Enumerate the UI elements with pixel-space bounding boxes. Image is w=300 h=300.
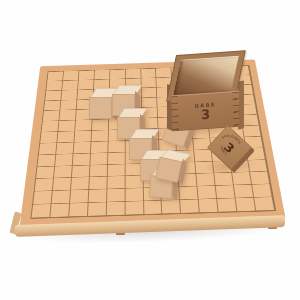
grid-cell — [110, 69, 126, 79]
grid-cell — [39, 143, 57, 155]
grid-cell — [46, 81, 63, 91]
box-interior — [173, 56, 238, 96]
grid-cell — [73, 153, 91, 165]
grid-cell — [37, 154, 56, 166]
lid-top-face: SPIELGABEN GABE 3 3 — [207, 125, 252, 170]
grid-cell — [33, 191, 53, 205]
grid-cell — [89, 177, 107, 190]
lid-stamp: SPIELGABEN GABE 3 3 — [207, 125, 252, 170]
grid-cell — [50, 204, 70, 218]
grid-cell — [91, 130, 108, 142]
grid-cell — [36, 166, 55, 179]
grid-cell — [198, 186, 218, 200]
grid-cell — [107, 189, 125, 203]
grid-cell — [54, 166, 73, 179]
grid-cell — [62, 80, 79, 90]
grid-cell — [72, 165, 90, 178]
grid-cell — [63, 71, 79, 81]
grid-cell — [180, 200, 200, 214]
box-lid[interactable]: SPIELGABEN GABE 3 3 — [203, 125, 257, 177]
grid-cell — [141, 68, 157, 78]
grid-cell — [94, 70, 110, 80]
grid-cell — [252, 184, 272, 197]
grid-cell — [88, 189, 107, 203]
grid-cell — [90, 165, 108, 178]
grid-cell — [162, 200, 181, 214]
grid-cell — [45, 90, 62, 100]
grid-cell — [180, 187, 199, 201]
grid-cell — [69, 203, 88, 217]
grid-cell — [141, 78, 157, 88]
grid-cell — [74, 131, 92, 143]
grid-cell — [59, 110, 76, 121]
grid-cell — [55, 154, 73, 166]
grid-cell — [90, 153, 108, 165]
grid-cell — [56, 142, 74, 154]
grid-cell — [254, 197, 275, 211]
grid-cell — [41, 121, 59, 132]
grid-cell — [144, 201, 163, 215]
grid-cell — [71, 177, 90, 190]
grid-cell — [107, 164, 125, 177]
grid-cell — [31, 204, 51, 218]
grid-cell — [88, 202, 107, 216]
grid-cell — [108, 152, 126, 164]
grid-cell — [57, 131, 75, 143]
grid-cell — [75, 120, 92, 131]
wooden-cube-8[interactable] — [154, 148, 186, 185]
grid-cell — [107, 176, 125, 189]
grid-cell — [216, 185, 236, 199]
grid-cell — [79, 70, 95, 80]
grid-cell — [61, 90, 78, 100]
storage-box[interactable]: GABE 3 — [167, 53, 245, 131]
grid-cell — [53, 178, 72, 191]
grid-cell — [40, 132, 58, 144]
grid-cell — [47, 71, 63, 81]
grid-cell — [70, 190, 89, 204]
grid-cell — [106, 202, 125, 216]
grid-cell — [43, 111, 61, 122]
grid-cell — [51, 191, 70, 205]
cube-front-face — [89, 97, 112, 119]
grid-cell — [58, 120, 76, 131]
product-photo-scene: GABE 3 SPIELGABEN GABE 3 3 — [0, 0, 300, 300]
grid-cell — [125, 201, 144, 215]
grid-cell — [35, 178, 54, 191]
grid-cell — [141, 87, 157, 97]
grid-cell — [125, 188, 143, 202]
grid-cell — [234, 185, 254, 199]
grid-cell — [60, 100, 77, 111]
grid-cell — [44, 100, 61, 111]
grid-cell — [91, 141, 109, 153]
grid-cell — [73, 142, 91, 154]
grid-cell — [92, 119, 109, 130]
grid-cell — [108, 141, 125, 153]
grid-cell — [217, 198, 237, 212]
grid-cell — [199, 199, 219, 213]
grid-cell — [141, 97, 158, 108]
box-number: 3 — [201, 107, 210, 121]
grid-cell — [125, 69, 141, 79]
grid-cell — [236, 198, 257, 212]
